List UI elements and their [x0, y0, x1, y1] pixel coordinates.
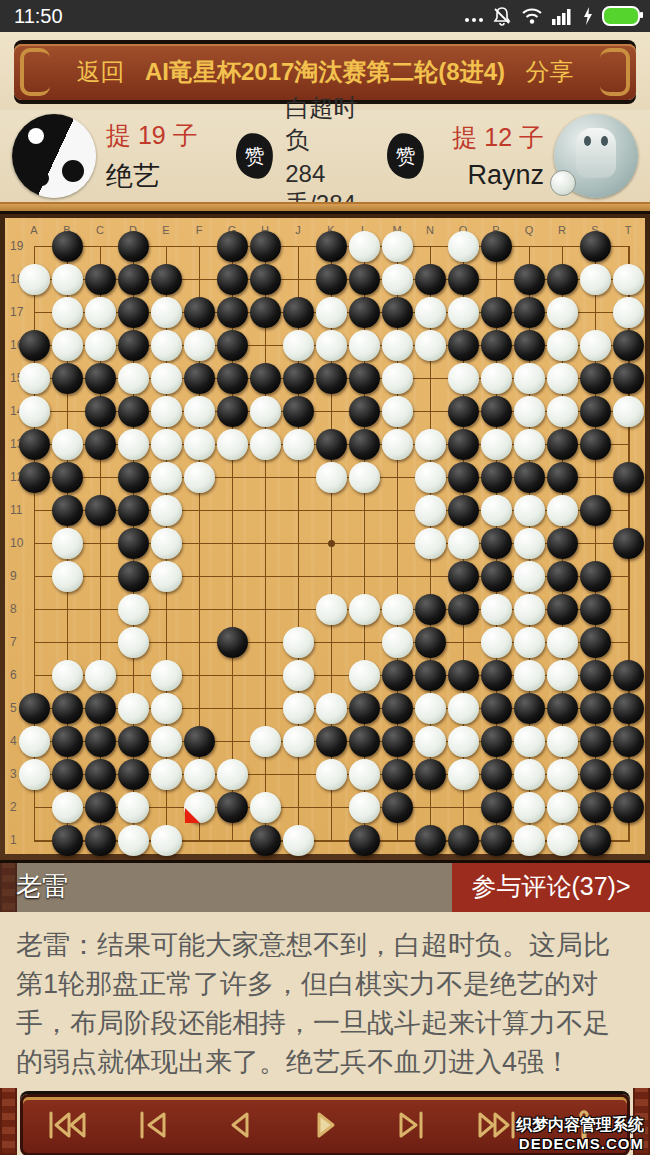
black-stone — [547, 462, 578, 493]
black-stone — [283, 297, 314, 328]
black-stone — [580, 363, 611, 394]
commentator-name: 老雷 — [16, 869, 68, 904]
white-stone — [448, 528, 479, 559]
fast-back-button[interactable] — [126, 1105, 178, 1145]
column-label: F — [190, 224, 208, 236]
black-stone — [448, 429, 479, 460]
go-board-surface[interactable]: ABCDEFGHJKLMNOPQRST191817161514131211109… — [5, 218, 645, 854]
white-stone — [415, 693, 446, 724]
white-stone — [85, 330, 116, 361]
black-stone — [184, 363, 215, 394]
black-stone — [481, 759, 512, 790]
black-stone — [118, 495, 149, 526]
white-stone — [19, 759, 50, 790]
white-stone — [514, 363, 545, 394]
white-stone — [514, 396, 545, 427]
black-stone — [481, 528, 512, 559]
white-stone — [283, 726, 314, 757]
white-stone — [547, 627, 578, 658]
white-player-name: Raynz — [467, 160, 544, 191]
white-stone — [514, 495, 545, 526]
white-stone — [613, 396, 644, 427]
like-seal-icon[interactable]: 赞 — [234, 131, 276, 181]
page-title: AI竜星杯2017淘汰赛第二轮(8进4) — [145, 56, 505, 88]
black-stone — [118, 462, 149, 493]
white-stone — [382, 363, 413, 394]
white-stone — [514, 660, 545, 691]
black-stone — [580, 231, 611, 262]
white-stone — [184, 396, 215, 427]
white-stone — [118, 429, 149, 460]
black-stone — [415, 594, 446, 625]
step-back-button[interactable] — [213, 1105, 265, 1145]
black-stone — [118, 297, 149, 328]
black-stone — [118, 528, 149, 559]
black-stone — [448, 396, 479, 427]
black-stone — [316, 231, 347, 262]
white-stone — [316, 594, 347, 625]
play-forward-button[interactable] — [299, 1105, 351, 1145]
white-player-avatar[interactable] — [554, 114, 638, 198]
white-stone — [481, 363, 512, 394]
column-label: E — [157, 224, 175, 236]
black-stone — [52, 726, 83, 757]
black-stone — [184, 297, 215, 328]
white-stone — [85, 660, 116, 691]
row-label: 19 — [10, 239, 34, 253]
white-stone — [514, 594, 545, 625]
banner-scroll-left-icon — [20, 48, 50, 96]
black-stone — [349, 264, 380, 295]
black-stone — [514, 297, 545, 328]
black-stone — [85, 264, 116, 295]
white-stone — [547, 792, 578, 823]
battery-icon — [602, 6, 640, 26]
black-stone — [481, 561, 512, 592]
white-stone — [151, 726, 182, 757]
black-stone — [613, 726, 644, 757]
white-stone — [151, 660, 182, 691]
black-stone — [547, 429, 578, 460]
black-stone — [481, 462, 512, 493]
white-stone — [316, 759, 347, 790]
white-stone — [382, 396, 413, 427]
black-stone — [448, 264, 479, 295]
white-stone — [547, 726, 578, 757]
white-stone — [283, 660, 314, 691]
black-stone — [580, 693, 611, 724]
black-captures: 提 19 子 — [106, 119, 226, 152]
black-stone — [448, 495, 479, 526]
black-stone — [349, 396, 380, 427]
white-stone — [19, 396, 50, 427]
black-stone — [184, 726, 215, 757]
white-stone — [448, 363, 479, 394]
white-stone — [283, 330, 314, 361]
black-stone — [580, 495, 611, 526]
black-stone — [52, 462, 83, 493]
black-stone — [85, 363, 116, 394]
black-stone — [118, 231, 149, 262]
black-stone — [52, 363, 83, 394]
white-stone — [448, 297, 479, 328]
black-stone — [250, 297, 281, 328]
white-stone — [217, 429, 248, 460]
white-stone — [151, 495, 182, 526]
black-stone — [250, 363, 281, 394]
black-stone — [514, 330, 545, 361]
black-stone — [118, 264, 149, 295]
white-stone — [547, 660, 578, 691]
black-stone — [217, 792, 248, 823]
white-stone — [481, 429, 512, 460]
column-label: R — [553, 224, 571, 236]
white-stone — [283, 825, 314, 856]
white-stone — [151, 561, 182, 592]
black-stone — [580, 561, 611, 592]
share-button[interactable]: 分享 — [525, 56, 573, 88]
black-stone — [217, 627, 248, 658]
row-label: 7 — [10, 635, 34, 649]
white-stone — [316, 693, 347, 724]
row-label: 11 — [10, 503, 34, 517]
step-forward-button[interactable] — [385, 1105, 437, 1145]
white-stone — [118, 627, 149, 658]
row-label: 6 — [10, 668, 34, 682]
white-stone — [118, 825, 149, 856]
player-info-bar: 提 19 子 绝艺 赞 白超时负 284手/284 赞 提 12 子 Raynz — [0, 110, 650, 202]
white-stone — [151, 429, 182, 460]
column-label: T — [619, 224, 637, 236]
black-stone — [85, 693, 116, 724]
black-stone — [580, 396, 611, 427]
black-stone — [415, 660, 446, 691]
last-move-marker-icon — [185, 808, 200, 823]
black-stone — [19, 429, 50, 460]
game-result: 白超时负 — [285, 92, 375, 156]
black-stone — [580, 429, 611, 460]
status-bar: 11:50 — [0, 0, 650, 32]
black-stone — [613, 363, 644, 394]
notification-dots-icon — [465, 18, 483, 22]
white-stone — [151, 693, 182, 724]
black-stone — [85, 759, 116, 790]
black-stone — [613, 792, 644, 823]
white-stone — [316, 297, 347, 328]
black-stone — [349, 825, 380, 856]
white-stone — [580, 264, 611, 295]
black-stone — [217, 330, 248, 361]
white-stone — [382, 330, 413, 361]
white-stone — [448, 693, 479, 724]
black-stone — [415, 759, 446, 790]
white-stone — [85, 297, 116, 328]
white-stone — [151, 759, 182, 790]
white-stone — [514, 429, 545, 460]
black-stone — [19, 462, 50, 493]
white-stone — [514, 528, 545, 559]
clock: 11:50 — [14, 5, 63, 28]
black-stone — [481, 231, 512, 262]
star-point — [328, 540, 335, 547]
white-stone — [349, 594, 380, 625]
black-stone — [316, 429, 347, 460]
mute-bell-icon — [492, 6, 512, 26]
white-stone — [52, 429, 83, 460]
black-stone — [613, 528, 644, 559]
black-stone — [85, 825, 116, 856]
column-label: J — [289, 224, 307, 236]
white-stone — [349, 330, 380, 361]
commentary-text: 老雷：结果可能大家意想不到，白超时负。这局比第1轮那盘正常了许多，但白棋实力不是… — [16, 926, 634, 1082]
white-stone — [481, 627, 512, 658]
black-stone — [52, 231, 83, 262]
black-stone — [415, 264, 446, 295]
white-stone — [382, 264, 413, 295]
white-stone — [481, 495, 512, 526]
white-stone — [547, 759, 578, 790]
black-stone — [118, 759, 149, 790]
jump-to-start-button[interactable] — [40, 1105, 92, 1145]
signal-bars-icon — [552, 7, 574, 25]
white-stone — [547, 330, 578, 361]
black-stone — [382, 759, 413, 790]
row-label: 1 — [10, 833, 34, 847]
black-stone — [448, 561, 479, 592]
join-comments-button[interactable]: 参与评论(37)> — [452, 860, 650, 912]
black-stone — [85, 396, 116, 427]
row-label: 2 — [10, 800, 34, 814]
black-stone — [448, 462, 479, 493]
white-stone — [349, 759, 380, 790]
black-stone — [85, 495, 116, 526]
black-stone — [85, 792, 116, 823]
white-stone — [448, 231, 479, 262]
black-player-avatar[interactable] — [12, 114, 96, 198]
banner-scroll-right-icon — [600, 48, 630, 96]
white-stone — [415, 429, 446, 460]
white-stone — [382, 429, 413, 460]
black-stone — [613, 693, 644, 724]
white-stone — [514, 627, 545, 658]
black-stone — [613, 330, 644, 361]
black-stone — [448, 330, 479, 361]
white-stone — [349, 462, 380, 493]
white-stone — [19, 726, 50, 757]
black-stone — [613, 462, 644, 493]
white-stone — [118, 693, 149, 724]
white-stone — [547, 495, 578, 526]
white-stone — [448, 759, 479, 790]
white-stone — [184, 429, 215, 460]
white-stone — [514, 825, 545, 856]
black-stone — [85, 429, 116, 460]
black-stone — [118, 330, 149, 361]
column-label: Q — [520, 224, 538, 236]
column-label: C — [91, 224, 109, 236]
black-stone — [547, 693, 578, 724]
black-stone — [316, 264, 347, 295]
black-stone — [514, 462, 545, 493]
black-stone — [283, 396, 314, 427]
white-stone — [349, 792, 380, 823]
white-stone — [52, 561, 83, 592]
white-stone — [184, 330, 215, 361]
black-stone — [52, 825, 83, 856]
white-stone — [415, 462, 446, 493]
charging-bolt-icon — [583, 7, 593, 25]
black-stone — [382, 660, 413, 691]
black-stone — [613, 660, 644, 691]
white-stone — [283, 429, 314, 460]
black-stone — [448, 825, 479, 856]
black-stone — [85, 726, 116, 757]
white-stone — [19, 363, 50, 394]
white-stone — [118, 363, 149, 394]
black-stone — [481, 297, 512, 328]
white-stone — [382, 231, 413, 262]
black-stone — [448, 660, 479, 691]
black-stone — [415, 627, 446, 658]
wifi-icon — [521, 7, 543, 25]
black-stone — [349, 429, 380, 460]
white-stone — [151, 396, 182, 427]
white-stone — [514, 726, 545, 757]
black-stone — [250, 825, 281, 856]
white-stone — [250, 726, 281, 757]
column-label: A — [25, 224, 43, 236]
black-stone — [547, 264, 578, 295]
white-stone — [52, 792, 83, 823]
go-board[interactable]: ABCDEFGHJKLMNOPQRST191817161514131211109… — [0, 214, 650, 860]
black-stone — [448, 594, 479, 625]
black-stone — [349, 693, 380, 724]
black-stone — [547, 528, 578, 559]
white-stone — [151, 528, 182, 559]
black-stone — [547, 594, 578, 625]
black-stone — [52, 759, 83, 790]
white-stone — [184, 759, 215, 790]
black-stone — [382, 297, 413, 328]
black-stone — [283, 363, 314, 394]
white-stone — [580, 330, 611, 361]
white-stone — [382, 627, 413, 658]
black-stone — [481, 792, 512, 823]
row-label: 9 — [10, 569, 34, 583]
black-stone — [19, 330, 50, 361]
white-stone — [382, 594, 413, 625]
white-stone — [151, 330, 182, 361]
black-stone — [349, 363, 380, 394]
black-stone — [349, 297, 380, 328]
white-stone — [250, 396, 281, 427]
black-stone — [52, 495, 83, 526]
back-button[interactable]: 返回 — [76, 56, 124, 88]
black-stone — [118, 396, 149, 427]
white-stone — [52, 660, 83, 691]
white-stone — [514, 759, 545, 790]
commentary-header: 老雷 参与评论(37)> — [0, 860, 650, 912]
black-stone — [415, 825, 446, 856]
black-stone — [316, 363, 347, 394]
white-stone — [151, 825, 182, 856]
black-stone — [52, 693, 83, 724]
white-stone — [316, 330, 347, 361]
white-stone — [514, 561, 545, 592]
black-stone — [349, 726, 380, 757]
black-stone — [580, 792, 611, 823]
black-stone — [217, 363, 248, 394]
black-stone — [481, 396, 512, 427]
white-stone — [448, 726, 479, 757]
white-stone — [481, 594, 512, 625]
white-stone — [547, 363, 578, 394]
black-stone — [217, 396, 248, 427]
black-stone — [19, 693, 50, 724]
column-label: N — [421, 224, 439, 236]
white-stone — [613, 297, 644, 328]
white-stone — [283, 627, 314, 658]
white-stone — [118, 594, 149, 625]
black-stone — [481, 330, 512, 361]
black-stone — [250, 231, 281, 262]
white-stone — [415, 528, 446, 559]
row-label: 17 — [10, 305, 34, 319]
white-stone — [19, 264, 50, 295]
white-stone — [547, 396, 578, 427]
black-stone — [118, 726, 149, 757]
white-stone — [415, 330, 446, 361]
white-stone — [283, 693, 314, 724]
black-stone — [481, 726, 512, 757]
white-stone — [151, 297, 182, 328]
black-player-name: 绝艺 — [106, 158, 226, 194]
white-stone — [250, 792, 281, 823]
white-captures: 提 12 子 — [452, 121, 544, 154]
white-stone — [52, 297, 83, 328]
black-stone — [118, 561, 149, 592]
white-stone — [118, 792, 149, 823]
black-stone — [316, 726, 347, 757]
row-label: 8 — [10, 602, 34, 616]
black-stone — [481, 825, 512, 856]
black-stone — [217, 231, 248, 262]
black-stone — [514, 693, 545, 724]
white-stone — [415, 297, 446, 328]
black-stone — [580, 825, 611, 856]
row-label: 10 — [10, 536, 34, 550]
white-stone — [547, 825, 578, 856]
white-stone — [151, 363, 182, 394]
black-stone — [151, 264, 182, 295]
black-stone — [481, 693, 512, 724]
white-stone — [184, 462, 215, 493]
commentary-body: 老雷：结果可能大家意想不到，白超时负。这局比第1轮那盘正常了许多，但白棋实力不是… — [0, 912, 650, 1088]
white-stone — [316, 462, 347, 493]
white-stone — [151, 462, 182, 493]
watermark: 织梦内容管理系统 DEDECMS.COM — [516, 1115, 644, 1153]
black-stone — [580, 627, 611, 658]
white-stone — [52, 264, 83, 295]
black-stone — [580, 726, 611, 757]
white-stone — [250, 429, 281, 460]
black-stone — [217, 264, 248, 295]
white-stone — [349, 660, 380, 691]
black-stone — [217, 297, 248, 328]
black-stone — [514, 264, 545, 295]
like-seal-icon[interactable]: 赞 — [384, 131, 426, 181]
white-stone — [52, 330, 83, 361]
